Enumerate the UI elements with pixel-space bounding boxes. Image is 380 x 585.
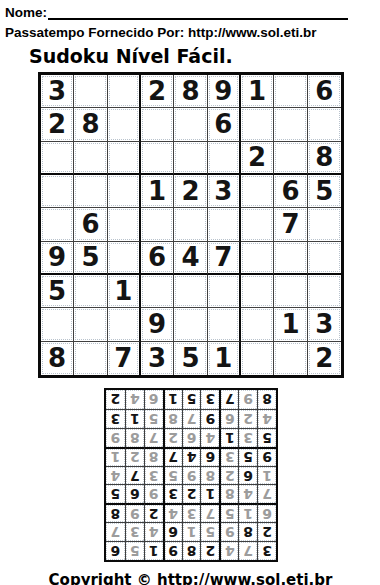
puzzle-cell-r3c9: 8 xyxy=(308,142,341,175)
puzzle-cell-r8c5 xyxy=(174,308,207,341)
puzzle-cell-r1c6: 9 xyxy=(208,75,241,108)
solution-digit-solved: 2 xyxy=(168,431,178,445)
solution-digit-solved: 4 xyxy=(148,525,158,539)
puzzle-cell-r8c1 xyxy=(41,308,74,341)
puzzle-cell-r1c3 xyxy=(108,75,141,108)
solution-board-rotated-180: 3742891562895164376157342987481239651628… xyxy=(104,388,278,562)
solution-digit-solved: 9 xyxy=(148,487,158,501)
solution-cell-r3c7: 2 xyxy=(143,503,162,522)
puzzle-cell-r8c4: 9 xyxy=(141,308,174,341)
name-row: Nome: xyxy=(5,4,376,20)
solution-cell-r3c2: 1 xyxy=(238,503,257,522)
solution-cell-r6c2: 5 xyxy=(238,447,257,466)
solution-cell-r1c5: 8 xyxy=(181,541,200,560)
puzzle-cell-r9c9: 2 xyxy=(308,342,341,375)
puzzle-digit-given: 7 xyxy=(281,211,299,237)
solution-cell-r6c7: 8 xyxy=(143,447,162,466)
solution-cell-r3c5: 3 xyxy=(181,503,200,522)
solution-digit-given: 5 xyxy=(110,487,120,501)
puzzle-digit-given: 5 xyxy=(315,178,333,204)
solution-digit-given: 1 xyxy=(148,544,158,558)
solution-digit-solved: 9 xyxy=(224,525,234,539)
solution-cell-r6c4: 6 xyxy=(200,447,219,466)
puzzle-cell-r4c1 xyxy=(41,175,74,208)
solution-digit-given: 3 xyxy=(110,412,120,426)
solution-digit-solved: 2 xyxy=(224,469,234,483)
puzzle-cell-r4c4: 1 xyxy=(141,175,174,208)
puzzle-cell-r2c3 xyxy=(108,108,141,141)
solution-digit-solved: 7 xyxy=(186,412,196,426)
solution-digit-solved: 8 xyxy=(205,469,215,483)
solution-digit-solved: 3 xyxy=(148,469,158,483)
puzzle-cell-r7c1: 5 xyxy=(41,275,74,308)
puzzle-cell-r1c4: 2 xyxy=(141,75,174,108)
solution-digit-solved: 8 xyxy=(168,412,178,426)
solution-digit-given: 5 xyxy=(243,450,253,464)
puzzle-digit-given: 3 xyxy=(48,78,66,104)
puzzle-cell-r2c2: 8 xyxy=(74,108,107,141)
solution-cell-r4c6: 3 xyxy=(162,484,181,503)
puzzle-cell-r7c8 xyxy=(274,275,307,308)
solution-digit-solved: 9 xyxy=(243,392,253,406)
solution-digit-solved: 1 xyxy=(262,469,272,483)
solution-digit-given: 5 xyxy=(186,392,196,406)
puzzle-digit-given: 6 xyxy=(214,111,232,137)
solution-cell-r6c5: 4 xyxy=(181,447,200,466)
solution-digit-solved: 5 xyxy=(148,412,158,426)
solution-cell-r6c9: 1 xyxy=(106,447,125,466)
solution-cell-r9c3: 7 xyxy=(219,390,238,409)
puzzle-cell-r7c9 xyxy=(308,275,341,308)
puzzle-cell-r5c5 xyxy=(174,208,207,241)
puzzle-digit-given: 7 xyxy=(214,244,232,270)
solution-cell-r7c3: 1 xyxy=(219,428,238,447)
solution-cell-r2c3: 9 xyxy=(219,522,238,541)
solution-digit-given: 1 xyxy=(168,392,178,406)
solution-cell-r8c2: 2 xyxy=(238,409,257,428)
puzzle-cell-r9c7 xyxy=(241,342,274,375)
solution-digit-given: 7 xyxy=(129,469,139,483)
name-label: Nome: xyxy=(5,5,47,20)
puzzle-cell-r9c8 xyxy=(274,342,307,375)
solution-digit-given: 3 xyxy=(205,392,215,406)
puzzle-digit-given: 8 xyxy=(315,144,333,170)
solution-cell-r7c9: 9 xyxy=(106,428,125,447)
solution-cell-r3c3: 5 xyxy=(219,503,238,522)
copyright-line: Copyright © http://www.sol.eti.br xyxy=(5,571,376,585)
puzzle-cell-r6c2: 5 xyxy=(74,242,107,275)
solution-cell-r3c9: 8 xyxy=(106,503,125,522)
puzzle-cell-r6c8 xyxy=(274,242,307,275)
solution-digit-given: 1 xyxy=(129,412,139,426)
puzzle-cell-r1c5: 8 xyxy=(174,75,207,108)
puzzle-cell-r6c6: 7 xyxy=(208,242,241,275)
name-underline xyxy=(48,5,348,20)
solution-digit-given: 9 xyxy=(262,450,272,464)
puzzle-cell-r3c6 xyxy=(208,142,241,175)
solution-cell-r3c4: 7 xyxy=(200,503,219,522)
solution-cell-r4c4: 1 xyxy=(200,484,219,503)
solution-digit-given: 8 xyxy=(262,392,272,406)
solution-digit-solved: 6 xyxy=(262,507,272,521)
puzzle-cell-r7c3: 1 xyxy=(108,275,141,308)
puzzle-cell-r7c6 xyxy=(208,275,241,308)
solution-digit-solved: 3 xyxy=(186,507,196,521)
puzzle-cell-r4c7 xyxy=(241,175,274,208)
solution-cell-r5c8: 7 xyxy=(124,466,143,485)
puzzle-digit-given: 6 xyxy=(281,178,299,204)
solution-digit-solved: 1 xyxy=(243,507,253,521)
puzzle-cell-r3c1 xyxy=(41,142,74,175)
puzzle-cell-r5c8: 7 xyxy=(274,208,307,241)
solution-digit-solved: 9 xyxy=(129,507,139,521)
solution-cell-r4c7: 9 xyxy=(143,484,162,503)
solution-digit-solved: 7 xyxy=(243,544,253,558)
solution-digit-given: 6 xyxy=(168,525,178,539)
solution-digit-solved: 4 xyxy=(110,469,120,483)
solution-cell-r7c5: 6 xyxy=(181,428,200,447)
solution-cell-r1c8: 5 xyxy=(124,541,143,560)
puzzle-digit-given: 2 xyxy=(315,345,333,371)
solution-digit-solved: 4 xyxy=(129,392,139,406)
puzzle-cell-r5c1 xyxy=(41,208,74,241)
solution-cell-r9c7: 6 xyxy=(143,390,162,409)
puzzle-cell-r4c9: 5 xyxy=(308,175,341,208)
solution-cell-r7c8: 8 xyxy=(124,428,143,447)
solution-cell-r1c3: 4 xyxy=(219,541,238,560)
puzzle-cell-r2c9 xyxy=(308,108,341,141)
solution-digit-given: 8 xyxy=(110,507,120,521)
solution-cell-r2c8: 3 xyxy=(124,522,143,541)
solution-cell-r2c9: 7 xyxy=(106,522,125,541)
solution-digit-solved: 5 xyxy=(205,525,215,539)
puzzle-cell-r5c6 xyxy=(208,208,241,241)
solution-digit-given: 2 xyxy=(110,392,120,406)
puzzle-cell-r6c7 xyxy=(241,242,274,275)
solution-digit-solved: 1 xyxy=(186,525,196,539)
solution-cell-r6c1: 9 xyxy=(257,447,276,466)
solution-digit-solved: 5 xyxy=(168,469,178,483)
puzzle-cell-r2c7 xyxy=(241,108,274,141)
solution-digit-given: 2 xyxy=(205,544,215,558)
puzzle-cell-r3c8 xyxy=(274,142,307,175)
solution-cell-r3c1: 6 xyxy=(257,503,276,522)
puzzle-digit-given: 8 xyxy=(181,78,199,104)
solution-cell-r7c1: 5 xyxy=(257,428,276,447)
solution-cell-r2c5: 1 xyxy=(181,522,200,541)
solution-cell-r2c4: 5 xyxy=(200,522,219,541)
solution-cell-r2c6: 6 xyxy=(162,522,181,541)
solution-cell-r4c2: 4 xyxy=(238,484,257,503)
puzzle-digit-given: 5 xyxy=(81,244,99,270)
solution-digit-given: 4 xyxy=(186,450,196,464)
solution-digit-given: 6 xyxy=(205,450,215,464)
solution-cell-r5c3: 2 xyxy=(219,466,238,485)
puzzle-digit-given: 3 xyxy=(315,311,333,337)
solution-cell-r5c2: 6 xyxy=(238,466,257,485)
puzzle-digit-given: 2 xyxy=(48,111,66,137)
puzzle-digit-given: 9 xyxy=(214,78,232,104)
puzzle-cell-r2c4 xyxy=(141,108,174,141)
puzzle-cell-r4c6: 3 xyxy=(208,175,241,208)
puzzle-cell-r7c2 xyxy=(74,275,107,308)
solution-cell-r8c8: 1 xyxy=(124,409,143,428)
puzzle-digit-given: 3 xyxy=(148,345,166,371)
puzzle-cell-r1c8 xyxy=(274,75,307,108)
puzzle-cell-r6c9 xyxy=(308,242,341,275)
puzzle-cell-r7c5 xyxy=(174,275,207,308)
solution-cell-r2c1: 2 xyxy=(257,522,276,541)
solution-cell-r1c9: 6 xyxy=(106,541,125,560)
puzzle-cell-r9c5: 5 xyxy=(174,342,207,375)
solution-digit-given: 9 xyxy=(205,412,215,426)
solution-cell-r1c7: 1 xyxy=(143,541,162,560)
solution-digit-given: 8 xyxy=(186,544,196,558)
solution-digit-solved: 9 xyxy=(186,469,196,483)
puzzle-cell-r5c3 xyxy=(108,208,141,241)
solution-cell-r6c6: 7 xyxy=(162,447,181,466)
solution-digit-solved: 3 xyxy=(243,431,253,445)
solution-digit-solved: 6 xyxy=(148,392,158,406)
puzzle-cell-r2c6: 6 xyxy=(208,108,241,141)
solution-digit-given: 1 xyxy=(205,487,215,501)
solution-cell-r5c6: 5 xyxy=(162,466,181,485)
solution-cell-r5c7: 3 xyxy=(143,466,162,485)
solution-digit-given: 2 xyxy=(186,487,196,501)
puzzle-cell-r3c5 xyxy=(174,142,207,175)
solution-cell-r9c1: 8 xyxy=(257,390,276,409)
solution-digit-solved: 7 xyxy=(148,431,158,445)
solution-digit-solved: 6 xyxy=(186,431,196,445)
puzzle-cell-r9c2 xyxy=(74,342,107,375)
puzzle-cell-r8c2 xyxy=(74,308,107,341)
solution-cell-r8c7: 5 xyxy=(143,409,162,428)
puzzle-digit-given: 9 xyxy=(148,311,166,337)
puzzle-digit-given: 1 xyxy=(214,345,232,371)
solution-cell-r9c4: 3 xyxy=(200,390,219,409)
solution-cell-r7c7: 7 xyxy=(143,428,162,447)
puzzle-cell-r9c3: 7 xyxy=(108,342,141,375)
solution-digit-given: 3 xyxy=(262,544,272,558)
solution-cell-r8c5: 7 xyxy=(181,409,200,428)
solution-cell-r8c4: 9 xyxy=(200,409,219,428)
solution-digit-solved: 4 xyxy=(262,412,272,426)
solution-digit-given: 6 xyxy=(110,544,120,558)
solution-cell-r9c9: 2 xyxy=(106,390,125,409)
solution-digit-solved: 7 xyxy=(262,487,272,501)
puzzle-cell-r4c3 xyxy=(108,175,141,208)
solution-digit-given: 2 xyxy=(148,507,158,521)
puzzle-digit-given: 1 xyxy=(148,178,166,204)
solution-digit-solved: 8 xyxy=(129,431,139,445)
puzzle-cell-r6c1: 9 xyxy=(41,242,74,275)
solution-digit-solved: 5 xyxy=(224,507,234,521)
puzzle-cell-r5c4 xyxy=(141,208,174,241)
puzzle-cell-r6c4: 6 xyxy=(141,242,174,275)
solution-cell-r7c2: 3 xyxy=(238,428,257,447)
solution-digit-solved: 3 xyxy=(224,450,234,464)
puzzle-digit-given: 5 xyxy=(181,345,199,371)
puzzle-cell-r5c7 xyxy=(241,208,274,241)
puzzle-cell-r1c2 xyxy=(74,75,107,108)
puzzle-digit-given: 8 xyxy=(81,111,99,137)
solution-digit-solved: 4 xyxy=(205,431,215,445)
puzzle-cell-r3c2 xyxy=(74,142,107,175)
puzzle-digit-given: 2 xyxy=(148,78,166,104)
solution-cell-r6c3: 3 xyxy=(219,447,238,466)
puzzle-cell-r7c7 xyxy=(241,275,274,308)
solution-digit-given: 1 xyxy=(224,431,234,445)
puzzle-digit-given: 5 xyxy=(48,278,66,304)
puzzle-cell-r4c5: 2 xyxy=(174,175,207,208)
puzzle-cell-r4c8: 6 xyxy=(274,175,307,208)
puzzle-cell-r5c9 xyxy=(308,208,341,241)
solution-cell-r4c1: 7 xyxy=(257,484,276,503)
puzzle-digit-given: 7 xyxy=(114,345,132,371)
puzzle-cell-r1c9: 6 xyxy=(308,75,341,108)
solution-digit-given: 3 xyxy=(168,487,178,501)
puzzle-digit-given: 3 xyxy=(214,178,232,204)
solution-cell-r5c5: 9 xyxy=(181,466,200,485)
solution-cell-r1c2: 7 xyxy=(238,541,257,560)
puzzle-cell-r9c4: 3 xyxy=(141,342,174,375)
printable-sudoku-page: Nome: Passatempo Fornecido Por: http://w… xyxy=(0,0,380,585)
solution-digit-solved: 4 xyxy=(224,544,234,558)
solution-digit-solved: 7 xyxy=(205,507,215,521)
puzzle-cell-r1c1: 3 xyxy=(41,75,74,108)
solution-digit-given: 5 xyxy=(262,431,272,445)
puzzle-cell-r9c1: 8 xyxy=(41,342,74,375)
solution-digit-solved: 9 xyxy=(110,431,120,445)
puzzle-digit-given: 6 xyxy=(81,211,99,237)
puzzle-cell-r9c6: 1 xyxy=(208,342,241,375)
puzzle-digit-given: 6 xyxy=(148,244,166,270)
puzzle-cell-r3c3 xyxy=(108,142,141,175)
solution-digit-solved: 7 xyxy=(110,525,120,539)
solution-cell-r4c8: 6 xyxy=(124,484,143,503)
solution-cell-r4c3: 8 xyxy=(219,484,238,503)
puzzle-digit-given: 8 xyxy=(48,345,66,371)
puzzle-cell-r6c3 xyxy=(108,242,141,275)
solution-cell-r9c5: 5 xyxy=(181,390,200,409)
solution-cell-r9c8: 4 xyxy=(124,390,143,409)
puzzle-digit-given: 1 xyxy=(248,78,266,104)
solution-digit-solved: 4 xyxy=(243,487,253,501)
puzzle-cell-r4c2 xyxy=(74,175,107,208)
puzzle-digit-given: 9 xyxy=(48,244,66,270)
page-title: Sudoku Nível Fácil. xyxy=(29,45,376,67)
solution-digit-given: 7 xyxy=(168,450,178,464)
puzzle-digit-given: 6 xyxy=(315,78,333,104)
puzzle-cell-r7c4 xyxy=(141,275,174,308)
solution-digit-solved: 6 xyxy=(224,412,234,426)
solution-cell-r3c8: 9 xyxy=(124,503,143,522)
solution-cell-r8c3: 6 xyxy=(219,409,238,428)
sudoku-board: 3289162862812365679564751913873512 xyxy=(38,72,344,378)
solution-cell-r5c9: 4 xyxy=(106,466,125,485)
solution-cell-r9c6: 1 xyxy=(162,390,181,409)
solution-cell-r5c1: 1 xyxy=(257,466,276,485)
solution-digit-solved: 2 xyxy=(243,412,253,426)
puzzle-cell-r2c8 xyxy=(274,108,307,141)
solution-digit-given: 7 xyxy=(224,392,234,406)
puzzle-digit-given: 2 xyxy=(248,144,266,170)
puzzle-cell-r8c6 xyxy=(208,308,241,341)
solution-cell-r2c7: 4 xyxy=(143,522,162,541)
solution-cell-r1c6: 9 xyxy=(162,541,181,560)
solution-digit-solved: 4 xyxy=(168,507,178,521)
puzzle-digit-given: 1 xyxy=(281,311,299,337)
solution-cell-r8c1: 4 xyxy=(257,409,276,428)
puzzle-digit-given: 1 xyxy=(114,278,132,304)
puzzle-cell-r5c2: 6 xyxy=(74,208,107,241)
solution-digit-solved: 1 xyxy=(110,450,120,464)
solution-cell-r9c2: 9 xyxy=(238,390,257,409)
solution-digit-solved: 8 xyxy=(224,487,234,501)
solution-cell-r2c2: 8 xyxy=(238,522,257,541)
puzzle-cell-r8c3 xyxy=(108,308,141,341)
puzzle-cell-r3c7: 2 xyxy=(241,142,274,175)
solution-digit-solved: 5 xyxy=(129,544,139,558)
solution-cell-r8c9: 3 xyxy=(106,409,125,428)
solution-digit-solved: 2 xyxy=(129,450,139,464)
puzzle-cell-r3c4 xyxy=(141,142,174,175)
solution-digit-solved: 8 xyxy=(148,450,158,464)
solution-digit-given: 8 xyxy=(243,525,253,539)
puzzle-cell-r6c5: 4 xyxy=(174,242,207,275)
solution-digit-given: 6 xyxy=(129,487,139,501)
solution-digit-solved: 3 xyxy=(129,525,139,539)
puzzle-cell-r8c7 xyxy=(241,308,274,341)
puzzle-digit-given: 2 xyxy=(181,178,199,204)
puzzle-digit-given: 4 xyxy=(181,244,199,270)
puzzle-cell-r2c1: 2 xyxy=(41,108,74,141)
solution-cell-r1c1: 3 xyxy=(257,541,276,560)
solution-cell-r4c5: 2 xyxy=(181,484,200,503)
puzzle-cell-r8c8: 1 xyxy=(274,308,307,341)
solution-cell-r3c6: 4 xyxy=(162,503,181,522)
solution-cell-r7c6: 2 xyxy=(162,428,181,447)
solution-digit-given: 6 xyxy=(243,469,253,483)
puzzle-cell-r1c7: 1 xyxy=(241,75,274,108)
solution-cell-r5c4: 8 xyxy=(200,466,219,485)
puzzle-cell-r8c9: 3 xyxy=(308,308,341,341)
provider-line: Passatempo Fornecido Por: http://www.sol… xyxy=(5,24,376,41)
solution-cell-r1c4: 2 xyxy=(200,541,219,560)
solution-digit-given: 2 xyxy=(262,525,272,539)
solution-cell-r7c4: 4 xyxy=(200,428,219,447)
solution-cell-r4c9: 5 xyxy=(106,484,125,503)
solution-cell-r8c6: 8 xyxy=(162,409,181,428)
puzzle-cell-r2c5 xyxy=(174,108,207,141)
solution-cell-r6c8: 2 xyxy=(124,447,143,466)
solution-digit-given: 9 xyxy=(168,544,178,558)
